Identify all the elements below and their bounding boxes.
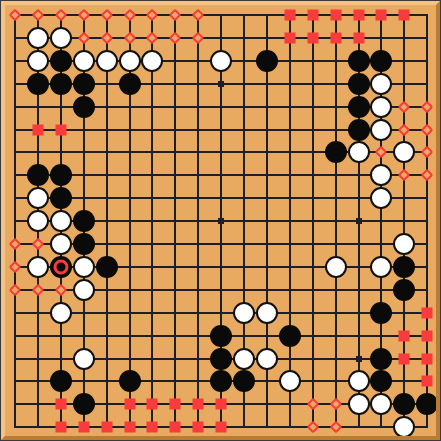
black-stone[interactable] — [50, 50, 72, 72]
red-diamond-marker — [77, 32, 90, 45]
red-square-marker — [353, 32, 364, 43]
red-diamond-marker — [32, 238, 45, 251]
white-stone[interactable] — [50, 27, 72, 49]
black-stone[interactable] — [73, 393, 95, 415]
black-stone[interactable] — [27, 164, 49, 186]
black-stone[interactable] — [73, 210, 95, 232]
white-stone[interactable] — [27, 210, 49, 232]
red-square-marker — [284, 32, 295, 43]
red-diamond-marker — [375, 146, 388, 159]
red-square-marker — [124, 399, 135, 410]
red-square-marker — [170, 399, 181, 410]
red-diamond-marker — [398, 123, 411, 136]
white-stone[interactable] — [27, 27, 49, 49]
white-stone[interactable] — [50, 233, 72, 255]
red-square-marker — [216, 399, 227, 410]
red-diamond-marker — [146, 9, 159, 22]
black-stone[interactable] — [210, 348, 232, 370]
white-stone[interactable] — [393, 416, 415, 438]
black-stone[interactable] — [393, 256, 415, 278]
red-square-marker — [422, 376, 433, 387]
white-stone[interactable] — [325, 256, 347, 278]
go-board[interactable] — [0, 0, 441, 441]
black-stone[interactable] — [50, 370, 72, 392]
black-stone[interactable] — [370, 302, 392, 324]
red-square-marker — [399, 353, 410, 364]
go-board-screenshot — [0, 0, 441, 441]
red-diamond-marker — [9, 9, 22, 22]
white-stone[interactable] — [27, 256, 49, 278]
black-stone[interactable] — [210, 325, 232, 347]
black-stone[interactable] — [96, 256, 118, 278]
red-square-marker — [307, 10, 318, 21]
star-point — [218, 218, 224, 224]
white-stone[interactable] — [370, 96, 392, 118]
white-stone[interactable] — [73, 348, 95, 370]
black-stone[interactable] — [73, 233, 95, 255]
black-stone[interactable] — [348, 119, 370, 141]
red-square-marker — [101, 422, 112, 433]
black-stone[interactable] — [393, 279, 415, 301]
red-diamond-marker — [123, 32, 136, 45]
black-stone[interactable] — [325, 141, 347, 163]
black-stone[interactable] — [27, 73, 49, 95]
black-stone[interactable] — [370, 50, 392, 72]
star-point — [356, 356, 362, 362]
black-stone[interactable] — [210, 370, 232, 392]
black-stone[interactable] — [50, 164, 72, 186]
red-diamond-marker — [329, 421, 342, 434]
red-diamond-marker — [9, 283, 22, 296]
white-stone[interactable] — [73, 256, 95, 278]
red-diamond-marker — [169, 32, 182, 45]
red-diamond-marker — [9, 238, 22, 251]
white-stone[interactable] — [370, 393, 392, 415]
white-stone[interactable] — [348, 370, 370, 392]
red-diamond-marker — [306, 421, 319, 434]
white-stone[interactable] — [370, 73, 392, 95]
red-diamond-marker — [54, 9, 67, 22]
red-diamond-marker — [9, 261, 22, 274]
red-square-marker — [330, 10, 341, 21]
red-square-marker — [193, 422, 204, 433]
white-stone[interactable] — [393, 233, 415, 255]
red-square-marker — [353, 10, 364, 21]
white-stone[interactable] — [73, 50, 95, 72]
red-square-marker — [32, 124, 43, 135]
red-square-marker — [330, 32, 341, 43]
red-diamond-marker — [398, 169, 411, 182]
grid-line-vertical — [403, 14, 405, 428]
black-stone[interactable] — [348, 96, 370, 118]
red-diamond-marker — [146, 32, 159, 45]
red-square-marker — [422, 330, 433, 341]
grid-line-vertical — [312, 14, 314, 428]
white-stone[interactable] — [370, 187, 392, 209]
red-diamond-marker — [421, 146, 434, 159]
white-stone[interactable] — [233, 348, 255, 370]
red-square-marker — [216, 422, 227, 433]
red-diamond-marker — [329, 398, 342, 411]
white-stone[interactable] — [73, 279, 95, 301]
white-stone[interactable] — [210, 50, 232, 72]
black-stone[interactable] — [50, 187, 72, 209]
white-stone[interactable] — [50, 210, 72, 232]
red-square-marker — [376, 10, 387, 21]
red-diamond-marker — [169, 9, 182, 22]
black-stone[interactable] — [233, 370, 255, 392]
red-square-marker — [422, 307, 433, 318]
star-point — [218, 81, 224, 87]
red-square-marker — [55, 422, 66, 433]
red-diamond-marker — [398, 100, 411, 113]
white-stone[interactable] — [370, 164, 392, 186]
white-stone[interactable] — [256, 302, 278, 324]
black-stone[interactable] — [119, 370, 141, 392]
red-diamond-marker — [306, 398, 319, 411]
red-diamond-marker — [77, 9, 90, 22]
white-stone[interactable] — [141, 50, 163, 72]
black-stone[interactable] — [119, 73, 141, 95]
grid-line-horizontal — [14, 312, 428, 314]
white-stone[interactable] — [279, 370, 301, 392]
red-square-marker — [147, 422, 158, 433]
red-square-marker — [399, 10, 410, 21]
red-square-marker — [307, 32, 318, 43]
white-stone[interactable] — [370, 119, 392, 141]
red-diamond-marker — [192, 32, 205, 45]
red-diamond-marker — [192, 9, 205, 22]
white-stone[interactable] — [348, 141, 370, 163]
black-stone[interactable] — [370, 370, 392, 392]
star-point — [356, 218, 362, 224]
red-diamond-marker — [54, 283, 67, 296]
white-stone[interactable] — [50, 302, 72, 324]
black-stone[interactable] — [73, 73, 95, 95]
red-square-marker — [399, 330, 410, 341]
red-square-marker — [284, 10, 295, 21]
red-square-marker — [422, 353, 433, 364]
black-stone[interactable] — [370, 348, 392, 370]
black-stone[interactable] — [73, 96, 95, 118]
white-stone[interactable] — [96, 50, 118, 72]
red-circle-marker — [53, 259, 68, 274]
red-square-marker — [55, 399, 66, 410]
grid-line-vertical — [289, 14, 291, 428]
black-stone[interactable] — [279, 325, 301, 347]
white-stone[interactable] — [119, 50, 141, 72]
red-square-marker — [124, 422, 135, 433]
white-stone[interactable] — [27, 187, 49, 209]
red-diamond-marker — [421, 123, 434, 136]
grid-line-vertical — [335, 14, 337, 428]
red-square-marker — [147, 399, 158, 410]
red-diamond-marker — [100, 32, 113, 45]
red-square-marker — [55, 124, 66, 135]
black-stone[interactable] — [256, 50, 278, 72]
white-stone[interactable] — [233, 302, 255, 324]
black-stone[interactable] — [348, 50, 370, 72]
red-diamond-marker — [421, 169, 434, 182]
red-diamond-marker — [32, 9, 45, 22]
black-stone[interactable] — [393, 393, 415, 415]
red-square-marker — [170, 422, 181, 433]
red-diamond-marker — [32, 283, 45, 296]
red-diamond-marker — [100, 9, 113, 22]
white-stone[interactable] — [348, 393, 370, 415]
white-stone[interactable] — [256, 348, 278, 370]
red-square-marker — [193, 399, 204, 410]
white-stone[interactable] — [393, 141, 415, 163]
red-diamond-marker — [123, 9, 136, 22]
black-stone[interactable] — [50, 73, 72, 95]
red-square-marker — [78, 422, 89, 433]
white-stone[interactable] — [370, 256, 392, 278]
red-diamond-marker — [421, 100, 434, 113]
black-stone[interactable] — [348, 73, 370, 95]
white-stone[interactable] — [27, 50, 49, 72]
black-stone[interactable] — [416, 393, 438, 415]
grid-line-vertical — [426, 14, 428, 428]
